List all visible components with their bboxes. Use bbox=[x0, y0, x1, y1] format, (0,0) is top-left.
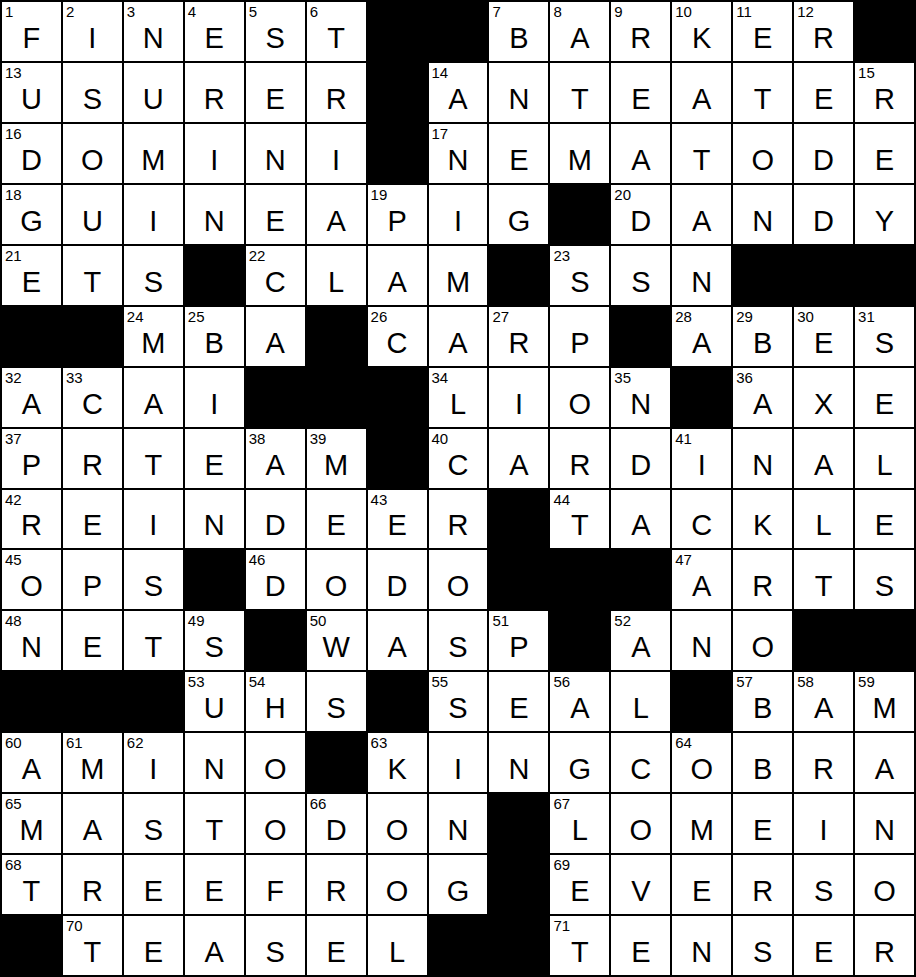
cell-r12c11[interactable]: L bbox=[611, 672, 670, 731]
black-cell bbox=[429, 2, 488, 61]
cell-r8c15[interactable]: L bbox=[855, 429, 914, 488]
clue-number: 16 bbox=[5, 126, 22, 143]
cell-r9c3[interactable]: I bbox=[124, 490, 183, 549]
cell-r4c11[interactable]: 20D bbox=[611, 185, 670, 244]
cell-letter: I bbox=[185, 146, 244, 175]
black-cell bbox=[489, 794, 548, 853]
cell-r16c3[interactable]: E bbox=[124, 916, 183, 975]
cell-r1c9[interactable]: 7B bbox=[489, 2, 548, 61]
cell-r16c10[interactable]: 71T bbox=[550, 916, 609, 975]
cell-r16c15[interactable]: R bbox=[855, 916, 914, 975]
cell-r14c2[interactable]: A bbox=[63, 794, 122, 853]
cell-r15c5[interactable]: F bbox=[246, 855, 305, 914]
cell-r7c11[interactable]: 35N bbox=[611, 368, 670, 427]
cell-r7c8[interactable]: 34L bbox=[429, 368, 488, 427]
cell-r6c13[interactable]: 29B bbox=[733, 307, 792, 366]
cell-r6c15[interactable]: 31S bbox=[855, 307, 914, 366]
cell-r13c7[interactable]: 63K bbox=[368, 733, 427, 792]
cell-letter: R bbox=[307, 85, 366, 114]
cell-r3c13[interactable]: O bbox=[733, 124, 792, 183]
clue-number: 53 bbox=[188, 674, 205, 691]
cell-r3c14[interactable]: D bbox=[794, 124, 853, 183]
cell-r12c13[interactable]: 57B bbox=[733, 672, 792, 731]
clue-number: 26 bbox=[371, 309, 388, 326]
cell-r8c2[interactable]: R bbox=[63, 429, 122, 488]
cell-r3c12[interactable]: T bbox=[672, 124, 731, 183]
cell-r4c3[interactable]: I bbox=[124, 185, 183, 244]
cell-letter: S bbox=[307, 694, 366, 723]
cell-letter: N bbox=[185, 207, 244, 236]
cell-r9c15[interactable]: E bbox=[855, 490, 914, 549]
cell-letter: N bbox=[855, 816, 914, 845]
clue-number: 28 bbox=[675, 309, 692, 326]
cell-r16c7[interactable]: L bbox=[368, 916, 427, 975]
cell-letter: H bbox=[246, 694, 305, 723]
cell-r1c5[interactable]: 5S bbox=[246, 2, 305, 61]
cell-letter: O bbox=[368, 816, 427, 845]
cell-r2c4[interactable]: R bbox=[185, 63, 244, 122]
cell-r14c14[interactable]: I bbox=[794, 794, 853, 853]
cell-r1c2[interactable]: 2I bbox=[63, 2, 122, 61]
cell-r2c2[interactable]: S bbox=[63, 63, 122, 122]
cell-letter: L bbox=[611, 694, 670, 723]
cell-letter: C bbox=[611, 755, 670, 784]
cell-letter: A bbox=[672, 329, 731, 358]
cell-letter: P bbox=[368, 207, 427, 236]
cell-letter: I bbox=[429, 207, 488, 236]
cell-letter: O bbox=[429, 572, 488, 601]
cell-letter: T bbox=[794, 572, 853, 601]
clue-number: 42 bbox=[5, 492, 22, 509]
black-cell bbox=[855, 246, 914, 305]
cell-r2c11[interactable]: E bbox=[611, 63, 670, 122]
clue-number: 65 bbox=[5, 796, 22, 813]
cell-r10c14[interactable]: T bbox=[794, 550, 853, 609]
cell-r13c12[interactable]: 64O bbox=[672, 733, 731, 792]
cell-r14c7[interactable]: O bbox=[368, 794, 427, 853]
cell-r14c1[interactable]: 65M bbox=[2, 794, 61, 853]
cell-r2c6[interactable]: R bbox=[307, 63, 366, 122]
cell-r15c13[interactable]: R bbox=[733, 855, 792, 914]
cell-r1c14[interactable]: 12R bbox=[794, 2, 853, 61]
cell-letter: M bbox=[63, 755, 122, 784]
cell-r2c14[interactable]: E bbox=[794, 63, 853, 122]
black-cell bbox=[672, 368, 731, 427]
cell-letter: T bbox=[2, 877, 61, 906]
cell-r4c9[interactable]: G bbox=[489, 185, 548, 244]
cell-r10c3[interactable]: S bbox=[124, 550, 183, 609]
cell-r16c6[interactable]: E bbox=[307, 916, 366, 975]
cell-r12c8[interactable]: 55S bbox=[429, 672, 488, 731]
clue-number: 60 bbox=[5, 735, 22, 752]
cell-r16c4[interactable]: A bbox=[185, 916, 244, 975]
cell-r13c13[interactable]: B bbox=[733, 733, 792, 792]
clue-number: 61 bbox=[66, 735, 83, 752]
cell-r14c6[interactable]: 66D bbox=[307, 794, 366, 853]
cell-r3c6[interactable]: I bbox=[307, 124, 366, 183]
cell-letter: O bbox=[733, 633, 792, 662]
cell-letter: B bbox=[489, 24, 548, 53]
cell-r12c5[interactable]: 54H bbox=[246, 672, 305, 731]
black-cell bbox=[2, 307, 61, 366]
cell-letter: U bbox=[2, 85, 61, 114]
cell-letter: I bbox=[63, 24, 122, 53]
cell-r14c11[interactable]: O bbox=[611, 794, 670, 853]
cell-r14c15[interactable]: N bbox=[855, 794, 914, 853]
cell-letter: T bbox=[124, 633, 183, 662]
cell-r1c11[interactable]: 9R bbox=[611, 2, 670, 61]
cell-r4c2[interactable]: U bbox=[63, 185, 122, 244]
cell-r10c13[interactable]: R bbox=[733, 550, 792, 609]
cell-r11c3[interactable]: T bbox=[124, 611, 183, 670]
cell-r3c3[interactable]: M bbox=[124, 124, 183, 183]
cell-letter: T bbox=[672, 146, 731, 175]
cell-r10c7[interactable]: D bbox=[368, 550, 427, 609]
cell-letter: O bbox=[63, 146, 122, 175]
cell-letter: T bbox=[185, 816, 244, 845]
clue-number: 49 bbox=[188, 613, 205, 630]
cell-r8c5[interactable]: 38A bbox=[246, 429, 305, 488]
cell-r6c4[interactable]: 25B bbox=[185, 307, 244, 366]
cell-letter: S bbox=[611, 268, 670, 297]
black-cell bbox=[307, 368, 366, 427]
cell-letter: X bbox=[794, 390, 853, 419]
cell-r1c4[interactable]: 4E bbox=[185, 2, 244, 61]
cell-r9c8[interactable]: R bbox=[429, 490, 488, 549]
cell-r9c10[interactable]: 44T bbox=[550, 490, 609, 549]
cell-r15c8[interactable]: G bbox=[429, 855, 488, 914]
cell-r8c8[interactable]: 40C bbox=[429, 429, 488, 488]
cell-r13c15[interactable]: A bbox=[855, 733, 914, 792]
black-cell bbox=[368, 124, 427, 183]
cell-letter: G bbox=[550, 755, 609, 784]
cell-r15c12[interactable]: E bbox=[672, 855, 731, 914]
cell-r6c8[interactable]: A bbox=[429, 307, 488, 366]
cell-r15c2[interactable]: R bbox=[63, 855, 122, 914]
cell-letter: E bbox=[307, 938, 366, 967]
cell-r14c10[interactable]: 67L bbox=[550, 794, 609, 853]
cell-letter: M bbox=[550, 146, 609, 175]
cell-r9c13[interactable]: K bbox=[733, 490, 792, 549]
clue-number: 18 bbox=[5, 187, 22, 204]
cell-r11c13[interactable]: O bbox=[733, 611, 792, 670]
black-cell bbox=[489, 550, 548, 609]
cell-letter: N bbox=[429, 146, 488, 175]
cell-r1c13[interactable]: 11E bbox=[733, 2, 792, 61]
cell-r5c2[interactable]: T bbox=[63, 246, 122, 305]
cell-r2c13[interactable]: T bbox=[733, 63, 792, 122]
cell-r14c13[interactable]: E bbox=[733, 794, 792, 853]
cell-r4c4[interactable]: N bbox=[185, 185, 244, 244]
cell-letter: E bbox=[307, 511, 366, 540]
cell-r10c1[interactable]: 45O bbox=[2, 550, 61, 609]
cell-r13c10[interactable]: G bbox=[550, 733, 609, 792]
cell-letter: R bbox=[611, 24, 670, 53]
cell-r8c11[interactable]: D bbox=[611, 429, 670, 488]
cell-r9c5[interactable]: D bbox=[246, 490, 305, 549]
cell-r15c11[interactable]: V bbox=[611, 855, 670, 914]
cell-r8c3[interactable]: T bbox=[124, 429, 183, 488]
cell-letter: A bbox=[672, 85, 731, 114]
cell-r3c11[interactable]: A bbox=[611, 124, 670, 183]
cell-letter: O bbox=[855, 877, 914, 906]
cell-letter: R bbox=[185, 85, 244, 114]
cell-r11c11[interactable]: 52A bbox=[611, 611, 670, 670]
cell-r13c8[interactable]: I bbox=[429, 733, 488, 792]
cell-r7c4[interactable]: I bbox=[185, 368, 244, 427]
cell-letter: N bbox=[124, 24, 183, 53]
cell-r7c2[interactable]: 33C bbox=[63, 368, 122, 427]
cell-letter: A bbox=[794, 451, 853, 480]
cell-r15c14[interactable]: S bbox=[794, 855, 853, 914]
cell-letter: S bbox=[855, 572, 914, 601]
cell-letter: I bbox=[124, 511, 183, 540]
cell-r6c9[interactable]: 27R bbox=[489, 307, 548, 366]
cell-letter: D bbox=[611, 451, 670, 480]
cell-r9c1[interactable]: 42R bbox=[2, 490, 61, 549]
clue-number: 14 bbox=[432, 65, 449, 82]
cell-r8c1[interactable]: 37P bbox=[2, 429, 61, 488]
cell-r6c14[interactable]: 30E bbox=[794, 307, 853, 366]
cell-r3c1[interactable]: 16D bbox=[2, 124, 61, 183]
black-cell bbox=[307, 307, 366, 366]
cell-r15c3[interactable]: E bbox=[124, 855, 183, 914]
cell-r5c8[interactable]: M bbox=[429, 246, 488, 305]
cell-r3c8[interactable]: 17N bbox=[429, 124, 488, 183]
cell-r5c6[interactable]: L bbox=[307, 246, 366, 305]
cell-r2c3[interactable]: U bbox=[124, 63, 183, 122]
cell-r1c3[interactable]: 3N bbox=[124, 2, 183, 61]
cell-r12c4[interactable]: 53U bbox=[185, 672, 244, 731]
cell-letter: T bbox=[124, 451, 183, 480]
cell-r11c12[interactable]: N bbox=[672, 611, 731, 670]
cell-r14c4[interactable]: T bbox=[185, 794, 244, 853]
cell-letter: O bbox=[307, 572, 366, 601]
cell-r9c12[interactable]: C bbox=[672, 490, 731, 549]
cell-r10c6[interactable]: O bbox=[307, 550, 366, 609]
cell-r14c8[interactable]: N bbox=[429, 794, 488, 853]
cell-r11c9[interactable]: 51P bbox=[489, 611, 548, 670]
clue-number: 43 bbox=[371, 492, 388, 509]
cell-r16c12[interactable]: N bbox=[672, 916, 731, 975]
cell-r3c4[interactable]: I bbox=[185, 124, 244, 183]
cell-letter: T bbox=[550, 938, 609, 967]
cell-letter: S bbox=[246, 938, 305, 967]
clue-number: 1 bbox=[5, 4, 13, 21]
cell-r12c9[interactable]: E bbox=[489, 672, 548, 731]
cell-r15c10[interactable]: 69E bbox=[550, 855, 609, 914]
cell-letter: I bbox=[489, 390, 548, 419]
cell-r14c12[interactable]: M bbox=[672, 794, 731, 853]
cell-r7c13[interactable]: 36A bbox=[733, 368, 792, 427]
cell-r16c14[interactable]: E bbox=[794, 916, 853, 975]
cell-r11c2[interactable]: E bbox=[63, 611, 122, 670]
cell-r11c7[interactable]: A bbox=[368, 611, 427, 670]
cell-letter: C bbox=[63, 390, 122, 419]
cell-letter: N bbox=[2, 633, 61, 662]
cell-r13c9[interactable]: N bbox=[489, 733, 548, 792]
cell-r16c11[interactable]: E bbox=[611, 916, 670, 975]
cell-r11c8[interactable]: S bbox=[429, 611, 488, 670]
cell-letter: A bbox=[246, 329, 305, 358]
cell-r13c1[interactable]: 60A bbox=[2, 733, 61, 792]
clue-number: 2 bbox=[66, 4, 74, 21]
cell-r5c1[interactable]: 21E bbox=[2, 246, 61, 305]
cell-r3c5[interactable]: N bbox=[246, 124, 305, 183]
cell-r13c4[interactable]: N bbox=[185, 733, 244, 792]
cell-r8c4[interactable]: E bbox=[185, 429, 244, 488]
cell-letter: P bbox=[63, 572, 122, 601]
black-cell bbox=[733, 246, 792, 305]
cell-letter: L bbox=[855, 451, 914, 480]
cell-r12c14[interactable]: 58A bbox=[794, 672, 853, 731]
cell-r4c5[interactable]: E bbox=[246, 185, 305, 244]
cell-r7c3[interactable]: A bbox=[124, 368, 183, 427]
clue-number: 24 bbox=[127, 309, 144, 326]
cell-r7c10[interactable]: O bbox=[550, 368, 609, 427]
cell-letter: N bbox=[429, 816, 488, 845]
cell-r8c9[interactable]: A bbox=[489, 429, 548, 488]
cell-letter: S bbox=[124, 572, 183, 601]
cell-r10c8[interactable]: O bbox=[429, 550, 488, 609]
cell-r4c15[interactable]: Y bbox=[855, 185, 914, 244]
cell-r6c5[interactable]: A bbox=[246, 307, 305, 366]
cell-r4c14[interactable]: D bbox=[794, 185, 853, 244]
cell-letter: M bbox=[855, 694, 914, 723]
black-cell bbox=[489, 855, 548, 914]
cell-letter: A bbox=[550, 694, 609, 723]
cell-r11c4[interactable]: 49S bbox=[185, 611, 244, 670]
cell-letter: M bbox=[672, 816, 731, 845]
cell-r7c14[interactable]: X bbox=[794, 368, 853, 427]
cell-r6c10[interactable]: P bbox=[550, 307, 609, 366]
cell-r2c8[interactable]: 14A bbox=[429, 63, 488, 122]
cell-letter: E bbox=[611, 85, 670, 114]
cell-r2c12[interactable]: A bbox=[672, 63, 731, 122]
cell-r15c7[interactable]: O bbox=[368, 855, 427, 914]
cell-r10c15[interactable]: S bbox=[855, 550, 914, 609]
cell-r11c1[interactable]: 48N bbox=[2, 611, 61, 670]
cell-r7c1[interactable]: 32A bbox=[2, 368, 61, 427]
cell-r1c1[interactable]: 1F bbox=[2, 2, 61, 61]
black-cell bbox=[550, 185, 609, 244]
cell-r8c12[interactable]: 41I bbox=[672, 429, 731, 488]
cell-r13c11[interactable]: C bbox=[611, 733, 670, 792]
cell-r9c14[interactable]: L bbox=[794, 490, 853, 549]
cell-r2c1[interactable]: 13U bbox=[2, 63, 61, 122]
cell-r4c6[interactable]: A bbox=[307, 185, 366, 244]
cell-r15c1[interactable]: 68T bbox=[2, 855, 61, 914]
cell-r12c15[interactable]: 59M bbox=[855, 672, 914, 731]
cell-r15c6[interactable]: R bbox=[307, 855, 366, 914]
cell-r16c5[interactable]: S bbox=[246, 916, 305, 975]
cell-r10c12[interactable]: 47A bbox=[672, 550, 731, 609]
cell-r5c10[interactable]: 23S bbox=[550, 246, 609, 305]
cell-r16c13[interactable]: S bbox=[733, 916, 792, 975]
black-cell bbox=[855, 2, 914, 61]
cell-r9c4[interactable]: N bbox=[185, 490, 244, 549]
cell-r13c5[interactable]: O bbox=[246, 733, 305, 792]
cell-r10c2[interactable]: P bbox=[63, 550, 122, 609]
cell-r13c14[interactable]: R bbox=[794, 733, 853, 792]
clue-number: 29 bbox=[736, 309, 753, 326]
cell-r15c15[interactable]: O bbox=[855, 855, 914, 914]
cell-r8c10[interactable]: R bbox=[550, 429, 609, 488]
cell-r9c7[interactable]: 43E bbox=[368, 490, 427, 549]
cell-r2c9[interactable]: N bbox=[489, 63, 548, 122]
clue-number: 39 bbox=[310, 431, 327, 448]
cell-r2c10[interactable]: T bbox=[550, 63, 609, 122]
cell-r4c12[interactable]: A bbox=[672, 185, 731, 244]
cell-r16c2[interactable]: 70T bbox=[63, 916, 122, 975]
cell-r10c5[interactable]: 46D bbox=[246, 550, 305, 609]
cell-r3c2[interactable]: O bbox=[63, 124, 122, 183]
cell-r4c7[interactable]: 19P bbox=[368, 185, 427, 244]
cell-r5c11[interactable]: S bbox=[611, 246, 670, 305]
cell-r5c12[interactable]: N bbox=[672, 246, 731, 305]
black-cell bbox=[794, 611, 853, 670]
cell-letter: A bbox=[672, 207, 731, 236]
cell-r3c10[interactable]: M bbox=[550, 124, 609, 183]
cell-r12c6[interactable]: S bbox=[307, 672, 366, 731]
cell-letter: E bbox=[672, 877, 731, 906]
clue-number: 32 bbox=[5, 370, 22, 387]
cell-r13c3[interactable]: 62I bbox=[124, 733, 183, 792]
clue-number: 38 bbox=[249, 431, 266, 448]
cell-r5c7[interactable]: A bbox=[368, 246, 427, 305]
cell-r1c6[interactable]: 6T bbox=[307, 2, 366, 61]
cell-r15c4[interactable]: E bbox=[185, 855, 244, 914]
cell-r2c15[interactable]: 15R bbox=[855, 63, 914, 122]
cell-r3c15[interactable]: E bbox=[855, 124, 914, 183]
cell-letter: C bbox=[429, 451, 488, 480]
cell-r6c3[interactable]: 24M bbox=[124, 307, 183, 366]
cell-letter: S bbox=[429, 633, 488, 662]
cell-r1c12[interactable]: 10K bbox=[672, 2, 731, 61]
cell-r3c9[interactable]: E bbox=[489, 124, 548, 183]
cell-r2c5[interactable]: E bbox=[246, 63, 305, 122]
cell-r8c6[interactable]: 39M bbox=[307, 429, 366, 488]
cell-r6c7[interactable]: 26C bbox=[368, 307, 427, 366]
cell-r7c9[interactable]: I bbox=[489, 368, 548, 427]
cell-letter: M bbox=[429, 268, 488, 297]
cell-r4c1[interactable]: 18G bbox=[2, 185, 61, 244]
cell-r9c2[interactable]: E bbox=[63, 490, 122, 549]
cell-r9c11[interactable]: A bbox=[611, 490, 670, 549]
cell-r14c3[interactable]: S bbox=[124, 794, 183, 853]
black-cell bbox=[124, 672, 183, 731]
cell-r5c3[interactable]: S bbox=[124, 246, 183, 305]
cell-r6c12[interactable]: 28A bbox=[672, 307, 731, 366]
cell-r1c10[interactable]: 8A bbox=[550, 2, 609, 61]
cell-r8c13[interactable]: N bbox=[733, 429, 792, 488]
cell-letter: A bbox=[672, 572, 731, 601]
cell-r14c5[interactable]: O bbox=[246, 794, 305, 853]
cell-letter: I bbox=[307, 146, 366, 175]
cell-r12c10[interactable]: 56A bbox=[550, 672, 609, 731]
cell-r4c13[interactable]: N bbox=[733, 185, 792, 244]
cell-r8c14[interactable]: A bbox=[794, 429, 853, 488]
cell-r13c2[interactable]: 61M bbox=[63, 733, 122, 792]
cell-r5c5[interactable]: 22C bbox=[246, 246, 305, 305]
black-cell bbox=[307, 733, 366, 792]
cell-letter: A bbox=[124, 390, 183, 419]
cell-r4c8[interactable]: I bbox=[429, 185, 488, 244]
cell-r9c6[interactable]: E bbox=[307, 490, 366, 549]
cell-r7c15[interactable]: E bbox=[855, 368, 914, 427]
cell-r11c6[interactable]: 50W bbox=[307, 611, 366, 670]
clue-number: 58 bbox=[797, 674, 814, 691]
